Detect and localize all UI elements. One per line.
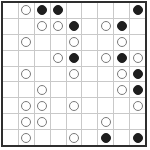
cell-r6c9[interactable] <box>130 82 145 97</box>
cell-r1c6[interactable] <box>82 3 97 18</box>
white-pearl <box>21 117 31 127</box>
cell-r4c9[interactable] <box>130 51 145 66</box>
cell-r6c4[interactable] <box>51 82 66 97</box>
masyu-puzzle <box>1 1 147 147</box>
cell-r2c6[interactable] <box>82 19 97 34</box>
white-pearl <box>117 85 127 95</box>
cell-r5c1[interactable] <box>3 67 18 82</box>
cell-r1c3[interactable] <box>35 3 50 18</box>
black-pearl <box>133 69 143 79</box>
cell-r4c6[interactable] <box>82 51 97 66</box>
cell-r8c2[interactable] <box>19 114 34 129</box>
cell-r9c8[interactable] <box>114 130 129 145</box>
cell-r7c8[interactable] <box>114 98 129 113</box>
cell-r6c8[interactable] <box>114 82 129 97</box>
masyu-board <box>1 1 147 147</box>
cell-r7c2[interactable] <box>19 98 34 113</box>
cell-r2c9[interactable] <box>130 19 145 34</box>
black-pearl <box>53 5 63 15</box>
black-pearl <box>133 85 143 95</box>
cell-r3c9[interactable] <box>130 35 145 50</box>
cell-r5c2[interactable] <box>19 67 34 82</box>
cell-r2c1[interactable] <box>3 19 18 34</box>
cell-r9c1[interactable] <box>3 130 18 145</box>
cell-r1c7[interactable] <box>98 3 113 18</box>
cell-r9c5[interactable] <box>67 130 82 145</box>
white-pearl <box>69 69 79 79</box>
cell-r9c2[interactable] <box>19 130 34 145</box>
cell-r9c6[interactable] <box>82 130 97 145</box>
cell-r6c5[interactable] <box>67 82 82 97</box>
cell-r8c8[interactable] <box>114 114 129 129</box>
cell-r1c8[interactable] <box>114 3 129 18</box>
cell-r8c6[interactable] <box>82 114 97 129</box>
cell-r4c1[interactable] <box>3 51 18 66</box>
black-pearl <box>69 53 79 63</box>
cell-r7c1[interactable] <box>3 98 18 113</box>
black-pearl <box>69 21 79 31</box>
white-pearl <box>117 69 127 79</box>
cell-r5c5[interactable] <box>67 67 82 82</box>
cell-r1c2[interactable] <box>19 3 34 18</box>
black-pearl <box>117 21 127 31</box>
cell-r4c5[interactable] <box>67 51 82 66</box>
cell-r8c5[interactable] <box>67 114 82 129</box>
cell-r4c3[interactable] <box>35 51 50 66</box>
cell-r7c5[interactable] <box>67 98 82 113</box>
cell-r3c5[interactable] <box>67 35 82 50</box>
white-pearl <box>101 117 111 127</box>
cell-r2c4[interactable] <box>51 19 66 34</box>
cell-r9c9[interactable] <box>130 130 145 145</box>
cell-r8c1[interactable] <box>3 114 18 129</box>
cell-r1c4[interactable] <box>51 3 66 18</box>
white-pearl <box>21 5 31 15</box>
cell-r6c7[interactable] <box>98 82 113 97</box>
cell-r3c6[interactable] <box>82 35 97 50</box>
black-pearl <box>37 5 47 15</box>
cell-r3c4[interactable] <box>51 35 66 50</box>
cell-r7c4[interactable] <box>51 98 66 113</box>
cell-r8c9[interactable] <box>130 114 145 129</box>
white-pearl <box>37 21 47 31</box>
cell-r7c9[interactable] <box>130 98 145 113</box>
cell-r6c6[interactable] <box>82 82 97 97</box>
cell-r3c3[interactable] <box>35 35 50 50</box>
cell-r3c7[interactable] <box>98 35 113 50</box>
cell-r8c4[interactable] <box>51 114 66 129</box>
white-pearl <box>101 21 111 31</box>
cell-r2c8[interactable] <box>114 19 129 34</box>
white-pearl <box>101 53 111 63</box>
cell-r5c6[interactable] <box>82 67 97 82</box>
cell-r9c3[interactable] <box>35 130 50 145</box>
cell-r2c2[interactable] <box>19 19 34 34</box>
cell-r1c1[interactable] <box>3 3 18 18</box>
black-pearl <box>101 133 111 143</box>
white-pearl <box>21 101 31 111</box>
black-pearl <box>133 133 143 143</box>
cell-r2c5[interactable] <box>67 19 82 34</box>
cell-r7c7[interactable] <box>98 98 113 113</box>
cell-r4c7[interactable] <box>98 51 113 66</box>
cell-r6c2[interactable] <box>19 82 34 97</box>
white-pearl <box>69 133 79 143</box>
cell-r3c8[interactable] <box>114 35 129 50</box>
cell-r4c4[interactable] <box>51 51 66 66</box>
white-pearl <box>69 101 79 111</box>
white-pearl <box>69 37 79 47</box>
cell-r7c3[interactable] <box>35 98 50 113</box>
cell-r4c2[interactable] <box>19 51 34 66</box>
white-pearl <box>21 133 31 143</box>
white-pearl <box>133 101 143 111</box>
cell-r6c1[interactable] <box>3 82 18 97</box>
cell-r2c3[interactable] <box>35 19 50 34</box>
white-pearl <box>133 53 143 63</box>
cell-r3c1[interactable] <box>3 35 18 50</box>
cell-r8c7[interactable] <box>98 114 113 129</box>
cell-r2c7[interactable] <box>98 19 113 34</box>
white-pearl <box>37 117 47 127</box>
white-pearl <box>53 53 63 63</box>
cell-r1c9[interactable] <box>130 3 145 18</box>
cell-r7c6[interactable] <box>82 98 97 113</box>
black-pearl <box>133 5 143 15</box>
cell-r9c7[interactable] <box>98 130 113 145</box>
cell-r5c9[interactable] <box>130 67 145 82</box>
black-pearl <box>117 53 127 63</box>
white-pearl <box>21 37 31 47</box>
cell-r1c5[interactable] <box>67 3 82 18</box>
cell-r4c8[interactable] <box>114 51 129 66</box>
cell-r5c4[interactable] <box>51 67 66 82</box>
white-pearl <box>37 101 47 111</box>
white-pearl <box>21 69 31 79</box>
white-pearl <box>53 21 63 31</box>
white-pearl <box>117 37 127 47</box>
cell-r6c3[interactable] <box>35 82 50 97</box>
cell-r8c3[interactable] <box>35 114 50 129</box>
cell-r5c8[interactable] <box>114 67 129 82</box>
cell-r5c7[interactable] <box>98 67 113 82</box>
white-pearl <box>37 85 47 95</box>
cell-r5c3[interactable] <box>35 67 50 82</box>
cell-r3c2[interactable] <box>19 35 34 50</box>
cell-r9c4[interactable] <box>51 130 66 145</box>
